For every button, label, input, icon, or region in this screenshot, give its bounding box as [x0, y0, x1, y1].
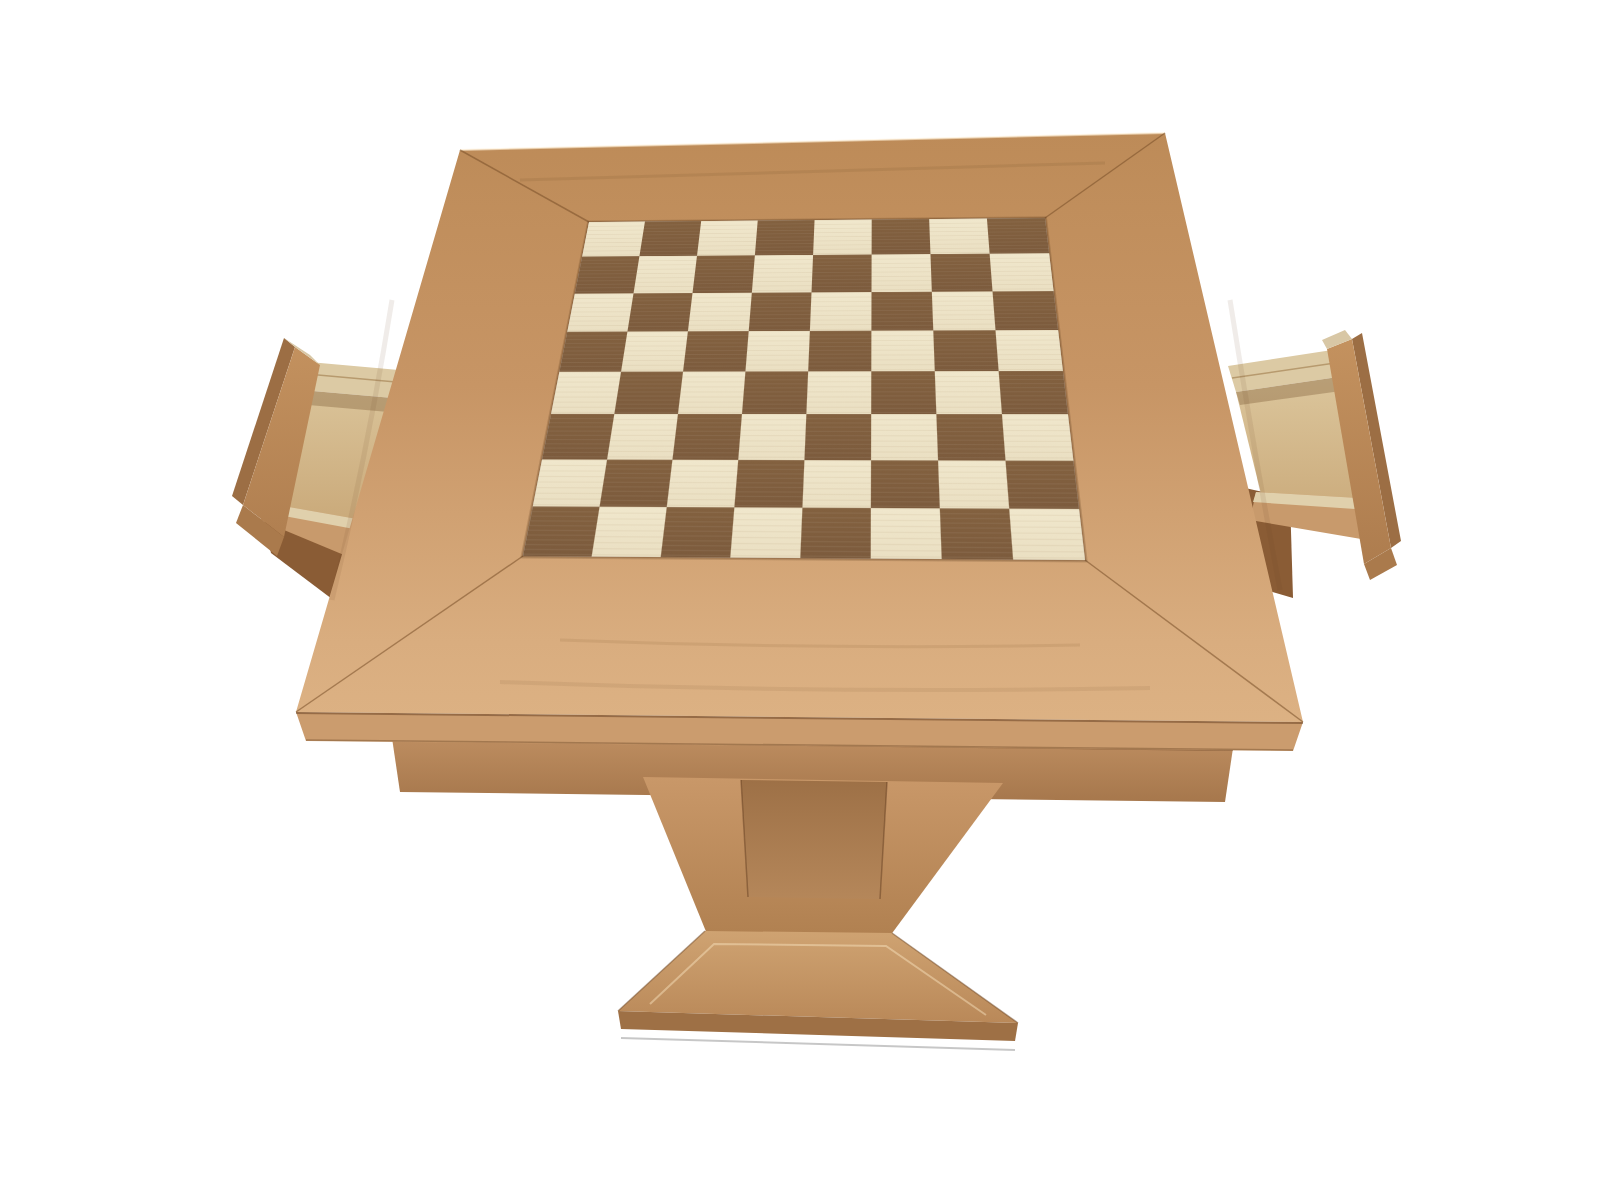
square-e3	[804, 414, 871, 459]
square-e4	[806, 371, 871, 414]
pedestal-front-panel	[741, 780, 887, 899]
square-f1	[871, 508, 942, 559]
square-h8	[987, 218, 1049, 254]
square-d4	[742, 371, 808, 414]
square-f3	[871, 414, 938, 460]
square-g7	[930, 254, 992, 291]
square-d7	[752, 255, 813, 292]
square-b1	[592, 506, 667, 557]
square-c6	[688, 292, 752, 331]
square-g6	[932, 291, 996, 330]
square-c4	[678, 371, 746, 414]
square-d5	[745, 331, 809, 372]
square-a5	[559, 331, 627, 371]
square-g2	[938, 460, 1009, 508]
square-h7	[990, 253, 1054, 291]
square-h2	[1005, 460, 1079, 509]
square-a3	[542, 414, 614, 459]
square-e7	[812, 255, 872, 292]
base-bottom-shadow	[621, 1038, 1015, 1050]
square-h3	[1002, 414, 1073, 460]
square-h6	[992, 291, 1058, 330]
square-h5	[995, 330, 1062, 371]
square-d3	[738, 414, 806, 459]
square-f7	[872, 254, 932, 291]
chessboard	[523, 218, 1085, 560]
square-d8	[755, 220, 815, 255]
square-a4	[551, 372, 621, 415]
table-illustration	[0, 0, 1600, 1200]
square-d2	[734, 459, 804, 507]
square-f8	[872, 219, 931, 255]
square-e1	[800, 507, 871, 558]
square-a8	[582, 222, 645, 257]
square-g8	[929, 219, 989, 255]
square-f5	[871, 330, 934, 371]
square-g5	[933, 330, 998, 371]
square-e2	[802, 460, 871, 508]
square-b7	[634, 256, 697, 293]
square-c7	[693, 256, 755, 293]
square-a1	[523, 506, 600, 556]
square-c8	[697, 221, 758, 256]
square-b8	[639, 221, 701, 256]
square-b5	[621, 331, 688, 372]
square-d1	[730, 507, 802, 558]
square-f2	[871, 460, 940, 508]
square-e5	[808, 330, 871, 371]
square-f6	[871, 291, 933, 330]
square-d6	[749, 292, 812, 331]
square-f4	[871, 371, 936, 414]
square-g4	[935, 371, 1002, 414]
square-c1	[661, 507, 735, 558]
square-b3	[607, 414, 678, 459]
square-h4	[999, 371, 1068, 414]
square-h1	[1009, 508, 1085, 560]
square-e8	[813, 220, 872, 256]
square-a6	[567, 293, 633, 332]
square-b6	[627, 293, 692, 332]
square-g1	[940, 508, 1013, 559]
square-c5	[683, 331, 749, 372]
square-b2	[600, 459, 673, 507]
square-a2	[533, 459, 607, 507]
square-c2	[667, 459, 738, 507]
square-g3	[936, 414, 1005, 460]
chess-table-photo	[0, 0, 1600, 1200]
square-e6	[810, 292, 872, 331]
square-c3	[673, 414, 742, 459]
square-b4	[614, 372, 683, 415]
square-a7	[575, 256, 639, 293]
